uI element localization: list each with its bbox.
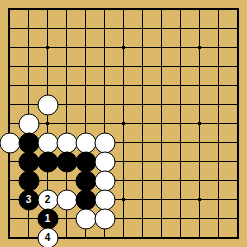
board-cell[interactable]	[38, 76, 57, 95]
board-cell[interactable]	[19, 152, 38, 171]
board-cell[interactable]	[95, 209, 114, 228]
board-cell[interactable]	[95, 190, 114, 209]
board-cell[interactable]	[228, 76, 247, 95]
board-cell[interactable]	[228, 171, 247, 190]
board-cell[interactable]	[171, 76, 190, 95]
board-cell[interactable]: 1	[38, 209, 57, 228]
black-stone	[56, 151, 77, 172]
board-cell[interactable]	[57, 171, 76, 190]
board-cell[interactable]	[190, 209, 209, 228]
board-cell[interactable]: 3	[19, 190, 38, 209]
board-cell[interactable]	[133, 209, 152, 228]
move-number: 4	[45, 233, 51, 243]
star-point	[122, 46, 125, 49]
board-cell[interactable]	[57, 209, 76, 228]
board-cell[interactable]	[133, 190, 152, 209]
board-cell[interactable]	[95, 0, 114, 19]
board-cell[interactable]	[57, 0, 76, 19]
board-cell[interactable]	[228, 190, 247, 209]
board-cell[interactable]	[152, 38, 171, 57]
board-cell[interactable]	[76, 0, 95, 19]
board-cell[interactable]	[38, 57, 57, 76]
board-cell[interactable]	[0, 190, 19, 209]
board-cell[interactable]	[133, 76, 152, 95]
board-cell[interactable]	[171, 114, 190, 133]
white-stone	[37, 132, 58, 153]
board-cell[interactable]	[209, 228, 228, 247]
board-cell[interactable]	[190, 76, 209, 95]
board-cell[interactable]	[152, 76, 171, 95]
board-cell[interactable]	[114, 57, 133, 76]
board-cell[interactable]	[19, 76, 38, 95]
board-cell[interactable]	[0, 95, 19, 114]
board-cell[interactable]	[209, 209, 228, 228]
board-cell[interactable]	[38, 152, 57, 171]
board-cell[interactable]	[133, 114, 152, 133]
board-cell[interactable]	[19, 0, 38, 19]
board-cell[interactable]	[152, 171, 171, 190]
board-cell[interactable]	[152, 133, 171, 152]
board-cell[interactable]	[114, 38, 133, 57]
board-cell[interactable]	[57, 133, 76, 152]
board-cell[interactable]	[57, 114, 76, 133]
board-cell[interactable]	[171, 190, 190, 209]
board-cell[interactable]	[57, 38, 76, 57]
board-cell[interactable]	[0, 38, 19, 57]
board-cell[interactable]	[152, 19, 171, 38]
board-cell[interactable]	[76, 133, 95, 152]
board-cell[interactable]	[133, 171, 152, 190]
board-cell[interactable]	[190, 190, 209, 209]
board-cell[interactable]	[152, 57, 171, 76]
board-cell[interactable]	[114, 209, 133, 228]
star-point	[198, 198, 201, 201]
board-cell[interactable]	[171, 38, 190, 57]
white-stone	[94, 132, 115, 153]
board-cell[interactable]	[133, 152, 152, 171]
board-cell[interactable]	[190, 19, 209, 38]
board-cell[interactable]	[0, 114, 19, 133]
board-cell[interactable]	[171, 0, 190, 19]
board-cell[interactable]	[190, 38, 209, 57]
board-cell[interactable]	[133, 38, 152, 57]
board-cell[interactable]	[209, 171, 228, 190]
white-stone	[0, 132, 20, 153]
board-cell[interactable]	[38, 38, 57, 57]
board-cell[interactable]	[38, 133, 57, 152]
board-cell[interactable]	[228, 209, 247, 228]
board-cell[interactable]	[114, 0, 133, 19]
board-cell[interactable]	[0, 19, 19, 38]
board-cell[interactable]	[0, 0, 19, 19]
board-cell[interactable]	[152, 0, 171, 19]
board-cell[interactable]	[114, 95, 133, 114]
board-cell[interactable]	[114, 190, 133, 209]
board-cell[interactable]	[152, 190, 171, 209]
board-cell[interactable]	[190, 0, 209, 19]
board-cell[interactable]	[38, 0, 57, 19]
board-cell[interactable]	[209, 133, 228, 152]
board-cell[interactable]	[76, 114, 95, 133]
star-point	[198, 122, 201, 125]
board-cell[interactable]	[38, 171, 57, 190]
black-stone: 1	[37, 208, 58, 229]
board-cell[interactable]	[209, 95, 228, 114]
white-stone	[94, 151, 115, 172]
board-cell[interactable]	[171, 133, 190, 152]
board-cell[interactable]	[114, 76, 133, 95]
board-cell[interactable]: 4	[38, 228, 57, 247]
white-stone	[94, 170, 115, 191]
white-stone: 4	[37, 227, 58, 247]
board-cell[interactable]	[133, 0, 152, 19]
move-number: 2	[45, 195, 51, 205]
board-cell[interactable]	[171, 209, 190, 228]
board-cell[interactable]	[0, 209, 19, 228]
board-cell[interactable]	[114, 19, 133, 38]
board-cell[interactable]	[190, 228, 209, 247]
board-cell[interactable]	[0, 152, 19, 171]
board-cell[interactable]	[95, 152, 114, 171]
board-cell[interactable]	[209, 19, 228, 38]
board-cell[interactable]	[76, 190, 95, 209]
board-cell[interactable]	[152, 152, 171, 171]
board-cell[interactable]	[152, 209, 171, 228]
black-stone	[75, 189, 96, 210]
move-number: 1	[45, 214, 51, 224]
board-cell[interactable]	[190, 133, 209, 152]
black-stone: 3	[18, 189, 39, 210]
white-stone	[37, 94, 58, 115]
board-cell[interactable]	[0, 133, 19, 152]
board-cell[interactable]	[209, 0, 228, 19]
black-stone	[37, 151, 58, 172]
board-cell[interactable]	[95, 171, 114, 190]
board-cell[interactable]	[76, 209, 95, 228]
white-stone: 2	[37, 189, 58, 210]
board-cell[interactable]	[95, 133, 114, 152]
board-cell[interactable]	[133, 19, 152, 38]
board-cell[interactable]	[19, 57, 38, 76]
white-stone	[56, 189, 77, 210]
board-cell[interactable]	[19, 133, 38, 152]
board-cell[interactable]	[228, 133, 247, 152]
board-cell[interactable]	[228, 38, 247, 57]
board-cell[interactable]	[209, 114, 228, 133]
board-cell[interactable]	[57, 95, 76, 114]
board-cell[interactable]	[228, 114, 247, 133]
board-cell[interactable]	[209, 190, 228, 209]
star-point	[198, 46, 201, 49]
board-cell[interactable]	[133, 133, 152, 152]
board-cell[interactable]	[190, 171, 209, 190]
white-stone	[75, 208, 96, 229]
board-cell[interactable]	[114, 133, 133, 152]
board-cell[interactable]	[57, 57, 76, 76]
board-cell[interactable]	[0, 76, 19, 95]
board-cell[interactable]	[228, 0, 247, 19]
board-cell[interactable]	[209, 57, 228, 76]
board-cell[interactable]	[228, 19, 247, 38]
board-cell[interactable]	[95, 38, 114, 57]
board-cell[interactable]	[0, 228, 19, 247]
board-cell[interactable]	[171, 57, 190, 76]
board-cell[interactable]	[19, 209, 38, 228]
board-cell[interactable]	[57, 190, 76, 209]
board-cell[interactable]	[57, 152, 76, 171]
board-cell[interactable]	[133, 95, 152, 114]
board-cell[interactable]	[171, 95, 190, 114]
star-point	[122, 122, 125, 125]
board-cell[interactable]	[76, 95, 95, 114]
board-cell[interactable]	[171, 171, 190, 190]
board-cell[interactable]	[76, 19, 95, 38]
board-cell[interactable]	[19, 19, 38, 38]
white-stone	[75, 132, 96, 153]
board-cell[interactable]	[95, 95, 114, 114]
star-point	[122, 198, 125, 201]
board-cell[interactable]	[228, 95, 247, 114]
board-cell[interactable]	[171, 152, 190, 171]
board-cell[interactable]	[76, 171, 95, 190]
board-cell[interactable]	[19, 171, 38, 190]
board-cell[interactable]	[95, 19, 114, 38]
black-stone	[75, 170, 96, 191]
board-cell[interactable]	[209, 76, 228, 95]
board-cell[interactable]	[76, 38, 95, 57]
board-cell[interactable]	[95, 228, 114, 247]
board-cell[interactable]	[19, 38, 38, 57]
board-cell[interactable]	[228, 228, 247, 247]
board-cell[interactable]	[133, 228, 152, 247]
move-number: 3	[26, 195, 32, 205]
board-cell[interactable]	[57, 19, 76, 38]
board-cell[interactable]	[95, 57, 114, 76]
board-cell[interactable]	[190, 152, 209, 171]
board-cell[interactable]	[19, 95, 38, 114]
board-cell[interactable]	[114, 171, 133, 190]
board-cell[interactable]	[114, 152, 133, 171]
black-stone	[18, 170, 39, 191]
board-cell[interactable]	[114, 114, 133, 133]
board-cell[interactable]	[209, 38, 228, 57]
board-cell[interactable]	[190, 95, 209, 114]
star-point	[46, 122, 49, 125]
board-cell[interactable]	[95, 114, 114, 133]
board-cell[interactable]	[19, 228, 38, 247]
board-cell[interactable]	[57, 228, 76, 247]
go-diagram: 3214	[0, 0, 247, 247]
white-stone	[18, 113, 39, 134]
white-stone	[94, 189, 115, 210]
board-cell[interactable]	[133, 57, 152, 76]
board-cell[interactable]	[114, 228, 133, 247]
board-cell[interactable]	[38, 114, 57, 133]
board-cell[interactable]	[0, 171, 19, 190]
board-cell[interactable]	[38, 95, 57, 114]
board-cell[interactable]	[228, 152, 247, 171]
board-cell[interactable]	[209, 152, 228, 171]
go-board: 3214	[0, 0, 247, 247]
white-stone	[94, 208, 115, 229]
white-stone	[56, 132, 77, 153]
black-stone	[75, 151, 96, 172]
board-cell[interactable]	[76, 57, 95, 76]
board-cell[interactable]	[38, 19, 57, 38]
board-cell[interactable]	[190, 57, 209, 76]
board-cell[interactable]	[76, 152, 95, 171]
board-cell[interactable]	[171, 228, 190, 247]
black-stone	[18, 132, 39, 153]
board-cell[interactable]	[228, 57, 247, 76]
board-cell[interactable]: 2	[38, 190, 57, 209]
board-cell[interactable]	[76, 228, 95, 247]
board-cell[interactable]	[57, 76, 76, 95]
board-cell[interactable]	[152, 95, 171, 114]
board-cell[interactable]	[152, 228, 171, 247]
board-cell[interactable]	[171, 19, 190, 38]
board-cell[interactable]	[190, 114, 209, 133]
board-cell[interactable]	[95, 76, 114, 95]
black-stone	[18, 151, 39, 172]
board-cell[interactable]	[0, 57, 19, 76]
board-cell[interactable]	[19, 114, 38, 133]
star-point	[46, 46, 49, 49]
board-cell[interactable]	[152, 114, 171, 133]
board-cell[interactable]	[76, 76, 95, 95]
